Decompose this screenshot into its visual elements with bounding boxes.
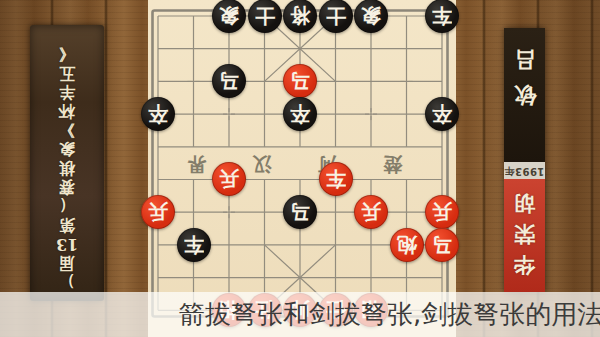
piece-red-soldier[interactable]: 兵 <box>354 195 388 229</box>
piece-black-soldier[interactable]: 卒 <box>283 97 317 131</box>
piece-red-horse[interactable]: 马 <box>283 64 317 98</box>
piece-glyph: 兵 <box>148 202 168 222</box>
piece-black-chariot[interactable]: 车 <box>177 228 211 262</box>
year-band: 1993年 <box>504 162 545 179</box>
year-label: 1993年 <box>504 164 544 178</box>
piece-glyph: 车 <box>432 6 452 26</box>
piece-glyph: 车 <box>184 235 204 255</box>
plank-character: ） <box>59 273 75 292</box>
plank-character: 届 <box>59 254 75 273</box>
piece-glyph: 马 <box>432 235 452 255</box>
plank-character: 》 <box>59 121 75 140</box>
plank-character: 吕 <box>514 42 536 78</box>
plank-character: 胡 <box>514 188 535 219</box>
plank-character: 钦 <box>514 78 536 114</box>
players-plank: 吕钦 1993年 胡荣华 <box>504 28 545 292</box>
piece-red-soldier[interactable]: 兵 <box>141 195 175 229</box>
caption-text: 箭拔弩张和剑拔弩张,剑拔弩张的用法 <box>0 297 600 332</box>
plank-character: 第 <box>59 216 75 235</box>
piece-glyph: 马 <box>219 71 239 91</box>
screenshot-root: 《五羊杯》象棋赛（第13届） 界汉河楚 象士将士象车马马卒卒卒兵车兵马兵兵车炮马… <box>0 0 600 337</box>
piece-black-elephant[interactable]: 象 <box>212 0 246 33</box>
piece-glyph: 士 <box>255 6 275 26</box>
player-bottom-name: 胡荣华 <box>504 179 545 292</box>
plank-character: （ <box>59 197 75 216</box>
piece-glyph: 马 <box>290 71 310 91</box>
piece-black-general[interactable]: 将 <box>283 0 317 33</box>
piece-glyph: 卒 <box>432 104 452 124</box>
piece-black-soldier[interactable]: 卒 <box>141 97 175 131</box>
piece-red-chariot[interactable]: 车 <box>319 162 353 196</box>
piece-glyph: 卒 <box>290 104 310 124</box>
piece-glyph: 象 <box>219 6 239 26</box>
piece-glyph: 车 <box>326 169 346 189</box>
tournament-name-plank: 《五羊杯》象棋赛（第13届） <box>30 25 104 301</box>
xiangqi-board: 界汉河楚 象士将士象车马马卒卒卒兵车兵马兵兵车炮马相仕帅仕相 <box>148 0 456 337</box>
plank-character: 荣 <box>514 219 535 250</box>
piece-glyph: 炮 <box>397 235 417 255</box>
piece-glyph: 士 <box>326 6 346 26</box>
plank-character: 赛 <box>59 178 75 197</box>
piece-glyph: 马 <box>290 202 310 222</box>
piece-black-advisor[interactable]: 士 <box>248 0 282 33</box>
plank-character: 五 <box>59 64 75 83</box>
plank-character: 华 <box>514 250 535 281</box>
piece-black-advisor[interactable]: 士 <box>319 0 353 33</box>
player-top-name: 吕钦 <box>504 28 545 162</box>
piece-red-soldier[interactable]: 兵 <box>425 195 459 229</box>
piece-red-horse[interactable]: 马 <box>425 228 459 262</box>
piece-red-cannon[interactable]: 炮 <box>390 228 424 262</box>
plank-character: 象 <box>59 140 75 159</box>
piece-black-elephant[interactable]: 象 <box>354 0 388 33</box>
piece-glyph: 卒 <box>148 104 168 124</box>
caption-bar: 箭拔弩张和剑拔弩张,剑拔弩张的用法 <box>0 292 600 337</box>
piece-glyph: 将 <box>290 6 310 26</box>
piece-black-horse[interactable]: 马 <box>212 64 246 98</box>
plank-character: 13 <box>56 235 78 254</box>
piece-glyph: 兵 <box>361 202 381 222</box>
tournament-name-text: 《五羊杯》象棋赛（第13届） <box>56 25 78 301</box>
piece-black-soldier[interactable]: 卒 <box>425 97 459 131</box>
piece-glyph: 象 <box>361 6 381 26</box>
piece-black-horse[interactable]: 马 <box>283 195 317 229</box>
pieces-layer: 象士将士象车马马卒卒卒兵车兵马兵兵车炮马相仕帅仕相 <box>140 0 460 327</box>
piece-glyph: 兵 <box>219 169 239 189</box>
piece-red-soldier[interactable]: 兵 <box>212 162 246 196</box>
piece-black-chariot[interactable]: 车 <box>425 0 459 33</box>
piece-glyph: 兵 <box>432 202 452 222</box>
plank-character: 羊 <box>59 83 75 102</box>
plank-character: 《 <box>59 45 75 64</box>
plank-character: 棋 <box>59 159 75 178</box>
plank-character: 杯 <box>59 102 75 121</box>
